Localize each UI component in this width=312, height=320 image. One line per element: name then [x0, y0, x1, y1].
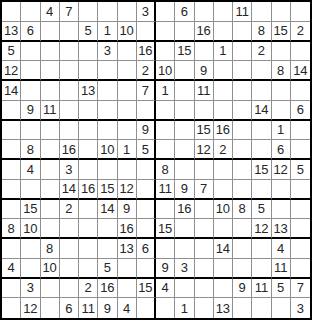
cell-r14c12[interactable]	[214, 259, 233, 279]
cell-r7c13[interactable]	[233, 121, 252, 141]
cell-r15c4[interactable]	[60, 279, 79, 299]
cell-r11c12: 10	[214, 200, 233, 220]
cell-r12c11[interactable]	[195, 219, 214, 239]
cell-r9c10[interactable]	[175, 160, 194, 180]
cell-r16c4: 6	[60, 298, 79, 318]
cell-r13c6[interactable]	[98, 239, 117, 259]
cell-r2c10[interactable]	[175, 22, 194, 42]
cell-r13c15: 4	[272, 239, 291, 259]
cell-r9c6[interactable]	[98, 160, 117, 180]
cell-r4c13[interactable]	[233, 61, 252, 81]
cell-r15c9: 4	[156, 279, 175, 299]
cell-r1c2[interactable]	[21, 2, 40, 22]
cell-r3c11[interactable]	[195, 42, 214, 62]
sudoku-board: 4736111365110168152531615121221098141413…	[0, 0, 312, 320]
cell-r5c10[interactable]	[175, 81, 194, 101]
cell-r16c8[interactable]	[137, 298, 156, 318]
cell-r5c6[interactable]	[98, 81, 117, 101]
cell-r2c7: 10	[118, 22, 137, 42]
cell-r1c9[interactable]	[156, 2, 175, 22]
cell-r14c2[interactable]	[21, 259, 40, 279]
cell-r3c2[interactable]	[21, 42, 40, 62]
cell-r7c5[interactable]	[79, 121, 98, 141]
cell-r12c4[interactable]	[60, 219, 79, 239]
cell-r16c12: 13	[214, 298, 233, 318]
cell-r6c11[interactable]	[195, 101, 214, 121]
cell-r8c14[interactable]	[252, 140, 271, 160]
cell-r15c3[interactable]	[41, 279, 60, 299]
cell-r7c14[interactable]	[252, 121, 271, 141]
cell-r4c3[interactable]	[41, 61, 60, 81]
cell-r7c2[interactable]	[21, 121, 40, 141]
cell-r7c3[interactable]	[41, 121, 60, 141]
cell-r3c15[interactable]	[272, 42, 291, 62]
cell-r11c11[interactable]	[195, 200, 214, 220]
cell-r1c16[interactable]	[291, 2, 310, 22]
cell-r10c5: 16	[79, 180, 98, 200]
cell-r3c14: 2	[252, 42, 271, 62]
cell-r4c1: 12	[2, 61, 21, 81]
cell-r2c8[interactable]	[137, 22, 156, 42]
cell-r3c10: 15	[175, 42, 194, 62]
cell-r16c1[interactable]	[2, 298, 21, 318]
cell-r9c15: 12	[272, 160, 291, 180]
cell-r11c1[interactable]	[2, 200, 21, 220]
cell-r13c13[interactable]	[233, 239, 252, 259]
cell-r4c15: 8	[272, 61, 291, 81]
cell-r5c15[interactable]	[272, 81, 291, 101]
cell-r1c8: 3	[137, 2, 156, 22]
cell-r10c1[interactable]	[2, 180, 21, 200]
cell-r15c13: 9	[233, 279, 252, 299]
cell-r12c8[interactable]	[137, 219, 156, 239]
cell-r9c7[interactable]	[118, 160, 137, 180]
cell-r3c8: 16	[137, 42, 156, 62]
cell-r2c11: 16	[195, 22, 214, 42]
cell-r11c9[interactable]	[156, 200, 175, 220]
cell-r8c2: 8	[21, 140, 40, 160]
cell-r9c9: 8	[156, 160, 175, 180]
cell-r4c5[interactable]	[79, 61, 98, 81]
cell-r12c12[interactable]	[214, 219, 233, 239]
cell-r13c1[interactable]	[2, 239, 21, 259]
cell-r5c4[interactable]	[60, 81, 79, 101]
cell-r11c16[interactable]	[291, 200, 310, 220]
cell-r9c16: 5	[291, 160, 310, 180]
cell-r1c13: 11	[233, 2, 252, 22]
cell-r16c10: 1	[175, 298, 194, 318]
cell-r10c12[interactable]	[214, 180, 233, 200]
cell-r12c6[interactable]	[98, 219, 117, 239]
cell-r12c5[interactable]	[79, 219, 98, 239]
cell-r2c16: 2	[291, 22, 310, 42]
cell-r9c5[interactable]	[79, 160, 98, 180]
cell-r16c3[interactable]	[41, 298, 60, 318]
cell-r6c6[interactable]	[98, 101, 117, 121]
cell-r10c4: 14	[60, 180, 79, 200]
cell-r14c16[interactable]	[291, 259, 310, 279]
cell-r3c13[interactable]	[233, 42, 252, 62]
cell-r3c3[interactable]	[41, 42, 60, 62]
cell-r5c7[interactable]	[118, 81, 137, 101]
cell-r3c5[interactable]	[79, 42, 98, 62]
cell-r8c7: 1	[118, 140, 137, 160]
cell-r9c4: 3	[60, 160, 79, 180]
cell-r6c9[interactable]	[156, 101, 175, 121]
cell-r7c16[interactable]	[291, 121, 310, 141]
cell-r10c16[interactable]	[291, 180, 310, 200]
cell-r5c8: 7	[137, 81, 156, 101]
cell-r6c15[interactable]	[272, 101, 291, 121]
cell-r4c14[interactable]	[252, 61, 271, 81]
cell-r11c5[interactable]	[79, 200, 98, 220]
cell-r9c12[interactable]	[214, 160, 233, 180]
cell-r11c7: 9	[118, 200, 137, 220]
cell-r16c13[interactable]	[233, 298, 252, 318]
cell-r4c6[interactable]	[98, 61, 117, 81]
cell-r12c9: 15	[156, 219, 175, 239]
cell-r2c14: 8	[252, 22, 271, 42]
cell-r16c5: 11	[79, 298, 98, 318]
cell-r8c12: 2	[214, 140, 233, 160]
cell-r12c16[interactable]	[291, 219, 310, 239]
cell-r13c9[interactable]	[156, 239, 175, 259]
cell-r15c15: 5	[272, 279, 291, 299]
cell-r16c15[interactable]	[272, 298, 291, 318]
cell-r14c11[interactable]	[195, 259, 214, 279]
cell-r10c11: 7	[195, 180, 214, 200]
cell-r10c8[interactable]	[137, 180, 156, 200]
cell-r7c4[interactable]	[60, 121, 79, 141]
cell-r13c11[interactable]	[195, 239, 214, 259]
cell-r7c1[interactable]	[2, 121, 21, 141]
cell-r2c3[interactable]	[41, 22, 60, 42]
cell-r11c2: 15	[21, 200, 40, 220]
cell-r6c13[interactable]	[233, 101, 252, 121]
cell-r8c1[interactable]	[2, 140, 21, 160]
cell-r1c1[interactable]	[2, 2, 21, 22]
cell-r5c2[interactable]	[21, 81, 40, 101]
cell-r7c6[interactable]	[98, 121, 117, 141]
cell-r13c12: 14	[214, 239, 233, 259]
cell-r3c4[interactable]	[60, 42, 79, 62]
cell-r16c2: 12	[21, 298, 40, 318]
cell-r2c13[interactable]	[233, 22, 252, 42]
cell-r11c13: 8	[233, 200, 252, 220]
cell-r13c14[interactable]	[252, 239, 271, 259]
cell-r6c10[interactable]	[175, 101, 194, 121]
cell-r14c9: 9	[156, 259, 175, 279]
cell-r8c16[interactable]	[291, 140, 310, 160]
cell-r11c3[interactable]	[41, 200, 60, 220]
cell-r11c6: 14	[98, 200, 117, 220]
cell-r10c7: 12	[118, 180, 137, 200]
cell-r1c12[interactable]	[214, 2, 233, 22]
cell-r13c3: 8	[41, 239, 60, 259]
cell-r1c5[interactable]	[79, 2, 98, 22]
cell-r6c12[interactable]	[214, 101, 233, 121]
cell-r3c9[interactable]	[156, 42, 175, 62]
cell-r14c14[interactable]	[252, 259, 271, 279]
cell-r15c12[interactable]	[214, 279, 233, 299]
cell-r2c4[interactable]	[60, 22, 79, 42]
cell-r1c11[interactable]	[195, 2, 214, 22]
cell-r15c2: 3	[21, 279, 40, 299]
cell-r14c7[interactable]	[118, 259, 137, 279]
cell-r10c9: 11	[156, 180, 175, 200]
cell-r6c8[interactable]	[137, 101, 156, 121]
cell-r5c3[interactable]	[41, 81, 60, 101]
cell-r9c8[interactable]	[137, 160, 156, 180]
cell-r12c3[interactable]	[41, 219, 60, 239]
cell-r12c15: 13	[272, 219, 291, 239]
cell-r5c12[interactable]	[214, 81, 233, 101]
cell-r9c3[interactable]	[41, 160, 60, 180]
cell-r8c8: 5	[137, 140, 156, 160]
cell-r8c6: 10	[98, 140, 117, 160]
cell-r8c10[interactable]	[175, 140, 194, 160]
cell-r16c9[interactable]	[156, 298, 175, 318]
cell-r6c16: 6	[291, 101, 310, 121]
cell-r4c7[interactable]	[118, 61, 137, 81]
cell-r2c15: 15	[272, 22, 291, 42]
cell-r2c1: 13	[2, 22, 21, 42]
cell-r2c2: 6	[21, 22, 40, 42]
cell-r12c7: 16	[118, 219, 137, 239]
cell-r1c6[interactable]	[98, 2, 117, 22]
cell-r13c16[interactable]	[291, 239, 310, 259]
sudoku-puzzle: 4736111365110168152531615121221098141413…	[0, 0, 312, 320]
cell-r4c2[interactable]	[21, 61, 40, 81]
cell-r16c7: 4	[118, 298, 137, 318]
cell-r8c13[interactable]	[233, 140, 252, 160]
cell-r1c15[interactable]	[272, 2, 291, 22]
cell-r12c2: 10	[21, 219, 40, 239]
cell-r3c6: 3	[98, 42, 117, 62]
cell-r11c15[interactable]	[272, 200, 291, 220]
cell-r3c7[interactable]	[118, 42, 137, 62]
cell-r15c11[interactable]	[195, 279, 214, 299]
cell-r14c1: 4	[2, 259, 21, 279]
cell-r9c14: 15	[252, 160, 271, 180]
cell-r10c15[interactable]	[272, 180, 291, 200]
cell-r5c14[interactable]	[252, 81, 271, 101]
cell-r11c14: 5	[252, 200, 271, 220]
cell-r15c7[interactable]	[118, 279, 137, 299]
cell-r4c10[interactable]	[175, 61, 194, 81]
cell-r14c4[interactable]	[60, 259, 79, 279]
cell-r10c14[interactable]	[252, 180, 271, 200]
cell-r1c10: 6	[175, 2, 194, 22]
cell-r15c6: 16	[98, 279, 117, 299]
cell-r13c10[interactable]	[175, 239, 194, 259]
cell-r5c16[interactable]	[291, 81, 310, 101]
cell-r10c2[interactable]	[21, 180, 40, 200]
cell-r15c1[interactable]	[2, 279, 21, 299]
cell-r8c9[interactable]	[156, 140, 175, 160]
cell-r10c10: 9	[175, 180, 194, 200]
cell-r7c9[interactable]	[156, 121, 175, 141]
cell-r4c4[interactable]	[60, 61, 79, 81]
cell-r5c13[interactable]	[233, 81, 252, 101]
cell-r6c2: 9	[21, 101, 40, 121]
cell-r6c3: 11	[41, 101, 60, 121]
cell-r12c1: 8	[2, 219, 21, 239]
cell-r3c12: 1	[214, 42, 233, 62]
cell-r3c1: 5	[2, 42, 21, 62]
cell-r14c3: 10	[41, 259, 60, 279]
cell-r6c5[interactable]	[79, 101, 98, 121]
cell-r10c3[interactable]	[41, 180, 60, 200]
cell-r8c11: 12	[195, 140, 214, 160]
cell-r13c4[interactable]	[60, 239, 79, 259]
cell-r1c3: 4	[41, 2, 60, 22]
cell-r2c9[interactable]	[156, 22, 175, 42]
cell-r15c10[interactable]	[175, 279, 194, 299]
cell-r2c5: 5	[79, 22, 98, 42]
cell-r9c1[interactable]	[2, 160, 21, 180]
cell-r11c8[interactable]	[137, 200, 156, 220]
cell-r10c6: 15	[98, 180, 117, 200]
cell-r3c16[interactable]	[291, 42, 310, 62]
cell-r1c14[interactable]	[252, 2, 271, 22]
cell-r13c7: 13	[118, 239, 137, 259]
cell-r9c13[interactable]	[233, 160, 252, 180]
cell-r7c12: 16	[214, 121, 233, 141]
cell-r14c15: 11	[272, 259, 291, 279]
cell-r5c5: 13	[79, 81, 98, 101]
cell-r14c6: 5	[98, 259, 117, 279]
cell-r7c15: 1	[272, 121, 291, 141]
cell-r4c9: 10	[156, 61, 175, 81]
cell-r13c5[interactable]	[79, 239, 98, 259]
cell-r12c14: 12	[252, 219, 271, 239]
cell-r14c5[interactable]	[79, 259, 98, 279]
cell-r7c11: 15	[195, 121, 214, 141]
cell-r5c9: 1	[156, 81, 175, 101]
cell-r6c14: 14	[252, 101, 271, 121]
cell-r16c16: 3	[291, 298, 310, 318]
cell-r15c14: 11	[252, 279, 271, 299]
cell-r6c7[interactable]	[118, 101, 137, 121]
cell-r2c12[interactable]	[214, 22, 233, 42]
cell-r6c1[interactable]	[2, 101, 21, 121]
cell-r15c5: 2	[79, 279, 98, 299]
cell-r15c16: 7	[291, 279, 310, 299]
cell-r2c6: 1	[98, 22, 117, 42]
cell-r7c8: 9	[137, 121, 156, 141]
cell-r6c4[interactable]	[60, 101, 79, 121]
cell-r8c4: 16	[60, 140, 79, 160]
cell-r9c2: 4	[21, 160, 40, 180]
cell-r12c10[interactable]	[175, 219, 194, 239]
cell-r4c12[interactable]	[214, 61, 233, 81]
cell-r15c8: 15	[137, 279, 156, 299]
cell-r16c6: 9	[98, 298, 117, 318]
cell-r1c4: 7	[60, 2, 79, 22]
cell-r8c15: 6	[272, 140, 291, 160]
cell-r11c4: 2	[60, 200, 79, 220]
cell-r16c11[interactable]	[195, 298, 214, 318]
cell-r14c13[interactable]	[233, 259, 252, 279]
cell-r4c8: 2	[137, 61, 156, 81]
cell-r5c1: 14	[2, 81, 21, 101]
cell-r7c7[interactable]	[118, 121, 137, 141]
cell-r10c13[interactable]	[233, 180, 252, 200]
cell-r11c10: 16	[175, 200, 194, 220]
cell-r5c11: 11	[195, 81, 214, 101]
cell-r13c2[interactable]	[21, 239, 40, 259]
cell-r14c10: 3	[175, 259, 194, 279]
cell-r4c16: 14	[291, 61, 310, 81]
cell-r9c11[interactable]	[195, 160, 214, 180]
cell-r8c3[interactable]	[41, 140, 60, 160]
cell-r1c7[interactable]	[118, 2, 137, 22]
cell-r14c8[interactable]	[137, 259, 156, 279]
cell-r12c13[interactable]	[233, 219, 252, 239]
cell-r7c10[interactable]	[175, 121, 194, 141]
cell-r8c5[interactable]	[79, 140, 98, 160]
cell-r13c8: 6	[137, 239, 156, 259]
cell-r4c11: 9	[195, 61, 214, 81]
cell-r16c14[interactable]	[252, 298, 271, 318]
